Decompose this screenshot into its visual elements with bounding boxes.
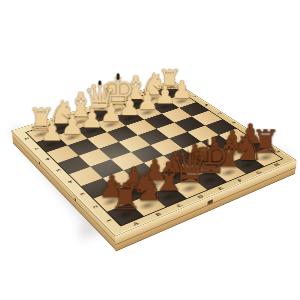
chess-board: ABCDEFGH HGFEDCBA 87654321 87654321 ♜♞♝♛… xyxy=(11,80,297,237)
black-rook-icon: ♜ xyxy=(107,179,143,215)
chess-set-photo: ABCDEFGH HGFEDCBA 87654321 87654321 ♜♞♝♛… xyxy=(0,0,300,300)
coordinate-label: 6 xyxy=(196,100,218,109)
coordinate-label: 5 xyxy=(208,109,231,119)
black-rook-a1[interactable]: ♜ xyxy=(107,179,143,215)
coordinate-label: 8 xyxy=(171,85,192,94)
piece-finial xyxy=(98,80,101,85)
coordinate-label: 7 xyxy=(183,92,205,101)
piece-finial xyxy=(187,147,190,152)
